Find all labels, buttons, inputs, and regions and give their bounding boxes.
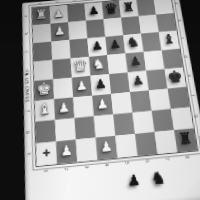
square-g3 [74,116,95,139]
piece-white-pawn: ♟ [60,143,73,158]
piece-white-knight: ♞ [92,57,106,72]
file-label-right-b: b [169,17,189,24]
square-e2 [53,78,73,100]
square-e4: ♟ [90,74,111,96]
piece-black-pawn: ♟ [132,74,145,87]
file-label-right-e: e [179,72,200,79]
square-a7 [136,0,156,16]
photo-scene: ♞US CHESS 12345678 ♜♟♟♛♜♟♟♟♞♝♛♞♟♚♟♟♟♚♝♟♟… [0,0,200,200]
piece-white-pawn: ♟ [58,101,71,115]
piece-black-pawn: ♟ [109,38,121,50]
chess-board: ♜♟♟♛♜♟♟♟♞♝♛♞♟♚♟♟♟♚♝♟♟✚♟♟♜ [31,0,198,167]
square-g2 [55,118,76,141]
piece-white-king: ♚ [36,80,52,98]
square-e3: ♟ [72,76,92,98]
rank-label-1: 1 [43,160,49,182]
square-d2 [52,58,72,79]
square-g4 [94,114,115,137]
square-d5 [107,53,127,74]
square-a5: ♛ [102,1,121,20]
camera-tilt-wrapper: ♞US CHESS 12345678 ♜♟♟♛♜♟♟♟♞♝♛♞♟♚♟♟♟♚♝♟♟… [14,0,200,200]
square-c4: ♟ [87,37,107,57]
file-label-right-g: g [185,112,200,120]
square-f5 [111,92,132,114]
square-f4: ♟ [92,94,113,116]
file-label-right-d: d [175,53,196,60]
square-d4: ♞ [89,55,109,76]
piece-black-knight: ♞ [126,36,140,50]
piece-black-rook: ♜ [122,1,136,14]
captured-pieces-tray: ♟♞ [127,170,167,191]
square-a6: ♜ [119,0,139,18]
piece-black-pawn: ♟ [94,77,107,90]
rank-label-2: 2 [63,158,70,179]
square-b2: ♟ [51,22,70,41]
file-label-right-c: c [172,35,193,42]
square-c5: ♟ [105,35,125,55]
square-a4: ♟ [84,2,103,21]
square-b4 [86,19,105,38]
piece-white-bishop: ♝ [38,101,52,117]
piece-white-pawn: ♟ [76,79,88,92]
piece-white-pawn: ♟ [54,25,66,37]
piece-black-queen: ♛ [104,2,119,17]
piece-white-pawn: ♟ [100,139,113,154]
square-b5 [104,18,124,37]
file-label-right-f: f [182,92,200,100]
piece-black-pawn: ♟ [91,40,103,52]
piece-black-pawn: ♟ [129,55,142,68]
board-corner-emblem-icon: ✚ [42,148,50,158]
square-b3 [68,21,87,40]
piece-white-queen: ♛ [72,58,88,75]
square-d3: ♛ [71,57,91,78]
square-e5 [109,72,130,93]
square-a3 [67,4,86,23]
square-f2: ♟ [54,97,74,119]
square-f3 [73,96,94,118]
piece-white-pawn: ♟ [96,97,109,111]
square-a2: ♟ [50,5,69,24]
piece-white-pawn: ♟ [53,8,64,20]
file-label-right-a: a [166,0,186,6]
captured-black-pawn: ♟ [127,173,141,191]
file-labels-left: abcdefgh [23,7,32,165]
chess-mat: ♞US CHESS 12345678 ♜♟♟♛♜♟♟♟♞♝♛♞♟♚♟♟♟♚♝♟♟… [22,0,200,200]
square-c2 [51,40,70,60]
file-label-right-h: h [189,133,200,141]
square-g5 [113,113,135,136]
captured-black-knight: ♞ [150,170,166,188]
piece-white-rook: ♜ [35,8,48,21]
piece-black-pawn: ♟ [88,5,100,16]
